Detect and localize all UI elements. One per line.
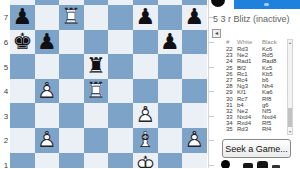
piece-glyph: ♟ <box>185 5 205 30</box>
square-e7[interactable] <box>108 5 133 30</box>
move-list-scrollbar[interactable]: ▴ ▾ <box>287 39 293 135</box>
toolbar-icon-1[interactable] <box>243 163 253 168</box>
square-g1[interactable] <box>158 153 183 168</box>
piece-white-pawn-f3[interactable]: ♟♙ <box>133 103 158 128</box>
black-piece-icon <box>211 0 225 7</box>
rank-label-2: 2 <box>2 136 10 145</box>
toolbar-icon-3[interactable] <box>272 165 280 168</box>
seek-game-button[interactable]: Seek a Game... <box>222 139 291 158</box>
rank-tick <box>209 67 214 68</box>
piece-glyph: ♚ <box>12 30 32 55</box>
square-d4[interactable]: ♜♖ <box>84 79 109 104</box>
piece-glyph: ♙ <box>37 128 57 153</box>
piece-glyph: ♙ <box>37 79 57 104</box>
rank-label-6: 6 <box>2 38 10 47</box>
square-h1[interactable] <box>182 153 207 168</box>
square-e2[interactable] <box>108 128 133 153</box>
square-a7[interactable]: ♟ <box>10 5 35 30</box>
piece-glyph: ♔ <box>135 153 155 168</box>
white-move[interactable]: Rd3 <box>237 126 262 132</box>
piece-glyph: ♟ <box>160 30 180 55</box>
square-b1[interactable] <box>35 153 60 168</box>
top-banner <box>234 0 300 9</box>
rank-label-4: 4 <box>2 87 10 96</box>
square-h4[interactable] <box>182 79 207 104</box>
scrollbar-thumb[interactable] <box>288 108 292 127</box>
rank-label-7: 7 <box>2 13 10 22</box>
piece-black-pawn-h7[interactable]: ♟ <box>182 5 207 30</box>
move-list-header-cell: # <box>226 39 237 46</box>
square-b4[interactable]: ♟♙ <box>35 79 60 104</box>
piece-glyph: ♟ <box>135 5 155 30</box>
game-title: 5 3 r Blitz (inactive) <box>213 14 290 24</box>
square-a6[interactable]: ♚ <box>10 30 35 55</box>
square-h2[interactable]: ♟♙ <box>182 128 207 153</box>
move-list-header-cell: Black <box>262 39 286 46</box>
rank-label-1: 1 <box>2 161 10 169</box>
square-g2[interactable] <box>158 128 183 153</box>
piece-glyph: ♖ <box>86 79 106 104</box>
square-f2[interactable]: ♝♗ <box>133 128 158 153</box>
piece-white-king-f1[interactable]: ♚♔ <box>133 153 158 168</box>
square-d2[interactable] <box>84 128 109 153</box>
square-f7[interactable]: ♟ <box>133 5 158 30</box>
square-h5[interactable] <box>182 54 207 79</box>
square-c7[interactable]: ♜♖ <box>59 5 84 30</box>
scroll-up-icon[interactable]: ▴ <box>288 40 292 45</box>
rank-tick <box>209 140 214 141</box>
square-f6[interactable] <box>133 30 158 55</box>
square-h3[interactable] <box>182 103 207 128</box>
square-c4[interactable] <box>59 79 84 104</box>
piece-black-pawn-b6[interactable]: ♟ <box>35 30 60 55</box>
square-e4[interactable] <box>108 79 133 104</box>
square-e1[interactable] <box>108 153 133 168</box>
square-c5[interactable] <box>59 54 84 79</box>
piece-black-rook-d5[interactable]: ♜ <box>84 54 109 79</box>
scroll-down-icon[interactable]: ▾ <box>288 129 292 134</box>
square-c2[interactable] <box>59 128 84 153</box>
piece-white-rook-d4[interactable]: ♜♖ <box>84 79 109 104</box>
square-b2[interactable]: ♟♙ <box>35 128 60 153</box>
square-h6[interactable] <box>182 30 207 55</box>
square-b5[interactable] <box>35 54 60 79</box>
square-g3[interactable] <box>158 103 183 128</box>
square-a5[interactable] <box>10 54 35 79</box>
piece-glyph: ♙ <box>135 103 155 128</box>
square-f4[interactable] <box>133 79 158 104</box>
piece-black-king-a6[interactable]: ♚ <box>10 30 35 55</box>
toolbar-icon-2[interactable] <box>257 161 268 168</box>
square-g5[interactable] <box>158 54 183 79</box>
square-a4[interactable] <box>10 79 35 104</box>
square-e3[interactable] <box>108 103 133 128</box>
move-row-35: 35Rd3Rf4 <box>226 126 286 132</box>
square-b7[interactable] <box>35 5 60 30</box>
square-c1[interactable] <box>59 153 84 168</box>
square-d1[interactable] <box>84 153 109 168</box>
move-number: 35 <box>226 126 237 132</box>
square-e6[interactable] <box>108 30 133 55</box>
piece-white-rook-c7[interactable]: ♜♖ <box>59 5 84 30</box>
toolbar-circle-icon[interactable] <box>221 160 230 168</box>
square-c3[interactable] <box>59 103 84 128</box>
chess-board[interactable]: ♜♟♜♖♟♟♚♟♟♜♟♙♜♖♟♙♟♙♝♗♟♙♚♔ <box>10 0 207 168</box>
rank-tick <box>209 165 214 166</box>
square-f1[interactable]: ♚♔ <box>133 153 158 168</box>
banner-dot-icon <box>264 3 269 6</box>
board-grid: ♜♟♜♖♟♟♚♟♟♜♟♙♜♖♟♙♟♙♝♗♟♙♚♔ <box>10 0 207 168</box>
piece-white-bishop-f2[interactable]: ♝♗ <box>133 128 158 153</box>
piece-glyph: ♟ <box>37 30 57 55</box>
rank-label-3: 3 <box>2 111 10 120</box>
rank-label-5: 5 <box>2 62 10 71</box>
piece-black-pawn-g6[interactable]: ♟ <box>158 30 183 55</box>
rank-tick <box>209 116 214 117</box>
square-d3[interactable] <box>84 103 109 128</box>
rank-tick <box>209 91 214 92</box>
piece-glyph: ♖ <box>62 5 82 30</box>
move-list-header: #WhiteBlack <box>226 39 286 46</box>
square-e5[interactable] <box>108 54 133 79</box>
square-d5[interactable]: ♜ <box>84 54 109 79</box>
piece-white-pawn-b4[interactable]: ♟♙ <box>35 79 60 104</box>
square-d7[interactable] <box>84 5 109 30</box>
square-g4[interactable] <box>158 79 183 104</box>
piece-glyph: ♙ <box>185 128 205 153</box>
collapse-button[interactable]: ◂ <box>212 29 221 38</box>
piece-white-pawn-b2[interactable]: ♟♙ <box>35 128 60 153</box>
piece-black-pawn-a7[interactable]: ♟ <box>10 5 35 30</box>
move-list-header-cell: White <box>237 39 262 46</box>
square-b6[interactable]: ♟ <box>35 30 60 55</box>
square-a3[interactable] <box>10 103 35 128</box>
square-b3[interactable] <box>35 103 60 128</box>
square-f5[interactable] <box>133 54 158 79</box>
piece-black-pawn-f7[interactable]: ♟ <box>133 5 158 30</box>
square-g6[interactable]: ♟ <box>158 30 183 55</box>
piece-glyph: ♜ <box>86 54 106 79</box>
square-a1[interactable] <box>10 153 35 168</box>
piece-glyph: ♗ <box>135 128 155 153</box>
square-h7[interactable]: ♟ <box>182 5 207 30</box>
piece-glyph: ♟ <box>12 5 32 30</box>
square-c6[interactable] <box>59 30 84 55</box>
square-g7[interactable] <box>158 5 183 30</box>
board-panel-divider <box>208 0 209 168</box>
rank-tick <box>209 42 214 43</box>
move-list: #WhiteBlack22Rd3Kc623Ne2Rd524Rad1Rad825B… <box>226 39 286 135</box>
square-f3[interactable]: ♟♙ <box>133 103 158 128</box>
app-root: 7654321 ♜♟♜♖♟♟♚♟♟♜♟♙♜♖♟♙♟♙♝♗♟♙♚♔ 5 3 r B… <box>0 0 300 168</box>
square-a2[interactable] <box>10 128 35 153</box>
black-move[interactable]: Rf4 <box>262 126 286 132</box>
square-d6[interactable] <box>84 30 109 55</box>
piece-white-pawn-h2[interactable]: ♟♙ <box>182 128 207 153</box>
